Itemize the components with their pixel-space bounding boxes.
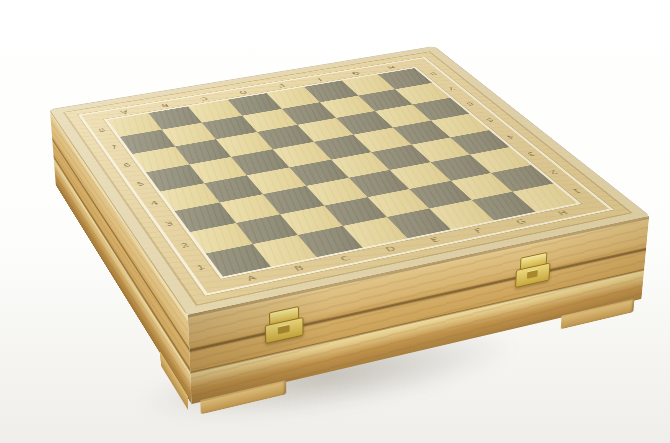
file-label-f-front: F: [452, 222, 505, 240]
square-a5: [146, 164, 204, 191]
square-d1: [343, 217, 407, 247]
square-d4: [289, 160, 348, 186]
rank-label-1-left: 1: [183, 254, 220, 281]
file-label-c-front: C: [318, 249, 372, 268]
square-b1: [253, 235, 317, 267]
rank-label-2-left: 2: [167, 233, 203, 259]
front-latch-right-icon: [515, 251, 551, 289]
chess-box: ABCDEFGH ABCDEFGH 87654321 87654321: [50, 47, 649, 315]
photo-backdrop: ABCDEFGH ABCDEFGH 87654321 87654321: [0, 0, 670, 443]
file-label-a-front: A: [224, 268, 279, 288]
front-left-foot: [200, 380, 286, 414]
square-b2: [236, 214, 299, 244]
left-front-foot: [160, 352, 188, 411]
scene: ABCDEFGH ABCDEFGH 87654321 87654321: [0, 0, 670, 443]
rank-label-1-right: 1: [556, 180, 597, 203]
square-c4: [247, 167, 306, 194]
file-label-e-front: E: [409, 231, 462, 249]
square-e2: [367, 189, 429, 217]
square-a1: [206, 244, 270, 276]
square-a2: [190, 223, 253, 254]
square-b4: [204, 175, 263, 202]
file-label-b-front: B: [272, 259, 327, 279]
square-f1: [430, 200, 494, 229]
front-right-foot: [561, 299, 635, 330]
file-label-h-front: H: [537, 204, 589, 221]
front-latch-left-icon: [265, 305, 304, 345]
square-b5: [189, 157, 247, 183]
rank-label-3-left: 3: [152, 212, 187, 237]
square-d2: [324, 197, 387, 226]
square-e3: [348, 170, 409, 197]
square-h1: [513, 184, 577, 212]
square-e1: [387, 209, 451, 239]
rank-label-4-left: 4: [138, 192, 172, 216]
square-d3: [306, 178, 367, 206]
rank-label-2-right: 2: [534, 161, 574, 183]
square-a4: [160, 183, 219, 211]
square-c1: [298, 226, 362, 257]
square-g2: [451, 173, 513, 200]
square-g1: [472, 192, 536, 221]
square-b3: [219, 194, 280, 223]
square-f3: [390, 162, 451, 189]
rank-label-5-left: 5: [124, 173, 157, 196]
square-h2: [491, 165, 553, 192]
square-f2: [409, 181, 471, 209]
file-label-g-front: G: [495, 213, 547, 231]
file-label-d-front: D: [364, 240, 418, 259]
square-c2: [280, 206, 343, 236]
square-a3: [175, 203, 236, 232]
square-c3: [263, 186, 324, 214]
